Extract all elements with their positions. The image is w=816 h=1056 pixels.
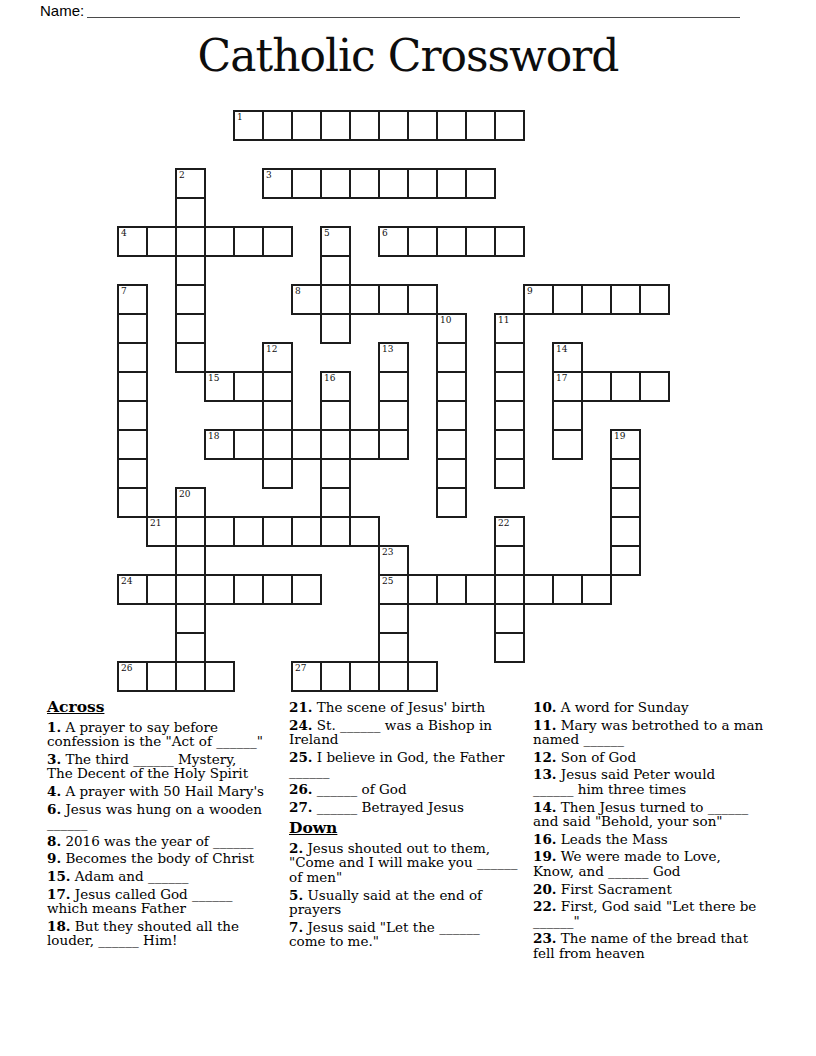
cell-r6c7[interactable] bbox=[320, 284, 351, 315]
cell-r14c1[interactable]: 21 bbox=[146, 516, 177, 547]
cell-r4c3[interactable] bbox=[204, 226, 235, 257]
cell-r2c2[interactable]: 2 bbox=[175, 168, 206, 199]
clue-column-left: Across1. A prayer to say before confessi… bbox=[47, 700, 285, 951]
cell-r19c0[interactable]: 26 bbox=[117, 661, 148, 692]
clue-number-1: 1 bbox=[237, 112, 243, 122]
clue-across-3: 3. The third ______ Mystery, The Decent … bbox=[47, 752, 285, 781]
clue-number-11: 11 bbox=[498, 315, 509, 325]
cell-r11c0[interactable] bbox=[117, 429, 148, 460]
cell-r9c4[interactable] bbox=[233, 371, 264, 402]
cell-r2c11[interactable] bbox=[436, 168, 467, 199]
cell-r9c18[interactable] bbox=[639, 371, 670, 402]
cell-r11c8[interactable] bbox=[349, 429, 380, 460]
cell-r6c9[interactable] bbox=[378, 284, 409, 315]
cell-r9c11[interactable] bbox=[436, 371, 467, 402]
cell-r0c13[interactable] bbox=[494, 110, 525, 141]
cell-r9c13[interactable] bbox=[494, 371, 525, 402]
cell-r5c2[interactable] bbox=[175, 255, 206, 286]
cell-r11c9[interactable] bbox=[378, 429, 409, 460]
clue-across-15: 15. Adam and ______ bbox=[47, 869, 285, 884]
clue-column-middle: 21. The scene of Jesus' birth24. St. ___… bbox=[289, 700, 529, 952]
clue-across-18: 18. But they shouted all the louder, ___… bbox=[47, 919, 285, 948]
cell-r16c1[interactable] bbox=[146, 574, 177, 605]
clue-down-20: 20. First Sacrament bbox=[533, 882, 785, 897]
cell-r7c7[interactable] bbox=[320, 313, 351, 344]
cell-r10c9[interactable] bbox=[378, 400, 409, 431]
cell-r7c13[interactable]: 11 bbox=[494, 313, 525, 344]
clue-number-14: 14 bbox=[556, 344, 567, 354]
cell-r13c17[interactable] bbox=[610, 487, 641, 518]
clue-down-7: 7. Jesus said "Let the ______ come to me… bbox=[289, 920, 529, 949]
clue-number-22: 22 bbox=[498, 518, 509, 528]
clue-across-27: 27. ______ Betrayed Jesus bbox=[289, 800, 529, 815]
cell-r4c1[interactable] bbox=[146, 226, 177, 257]
cell-r16c11[interactable] bbox=[436, 574, 467, 605]
clue-number-19: 19 bbox=[614, 431, 625, 441]
cell-r16c4[interactable] bbox=[233, 574, 264, 605]
cell-r19c9[interactable] bbox=[378, 661, 409, 692]
cell-r0c10[interactable] bbox=[407, 110, 438, 141]
clue-across-26: 26. ______ of God bbox=[289, 782, 529, 797]
clue-across-24: 24. St. ______ was a Bishop in Ireland bbox=[289, 718, 529, 747]
cell-r14c5[interactable] bbox=[262, 516, 293, 547]
cell-r5c7[interactable] bbox=[320, 255, 351, 286]
cell-r14c4[interactable] bbox=[233, 516, 264, 547]
name-label: Name: bbox=[40, 2, 84, 19]
cell-r10c0[interactable] bbox=[117, 400, 148, 431]
clue-down-13: 13. Jesus said Peter would ______ him th… bbox=[533, 767, 785, 796]
cell-r14c7[interactable] bbox=[320, 516, 351, 547]
cell-r9c7[interactable]: 16 bbox=[320, 371, 351, 402]
cell-r11c5[interactable] bbox=[262, 429, 293, 460]
cell-r18c2[interactable] bbox=[175, 632, 206, 663]
crossword-grid: 1234567891011121314151617181920212223242… bbox=[117, 110, 670, 692]
cell-r6c15[interactable] bbox=[552, 284, 583, 315]
cell-r8c2[interactable] bbox=[175, 342, 206, 373]
cell-r4c2[interactable] bbox=[175, 226, 206, 257]
cell-r13c2[interactable]: 20 bbox=[175, 487, 206, 518]
cell-r2c5[interactable]: 3 bbox=[262, 168, 293, 199]
cell-r10c15[interactable] bbox=[552, 400, 583, 431]
cell-r10c7[interactable] bbox=[320, 400, 351, 431]
clue-down-11: 11. Mary was betrothed to a man named __… bbox=[533, 718, 785, 747]
cell-r17c2[interactable] bbox=[175, 603, 206, 634]
clue-number-4: 4 bbox=[121, 228, 127, 238]
clue-column-right: 10. A word for Sunday11. Mary was betrot… bbox=[533, 700, 785, 964]
cell-r8c5[interactable]: 12 bbox=[262, 342, 293, 373]
cell-r11c13[interactable] bbox=[494, 429, 525, 460]
cell-r16c16[interactable] bbox=[581, 574, 612, 605]
cell-r2c7[interactable] bbox=[320, 168, 351, 199]
cell-r2c8[interactable] bbox=[349, 168, 380, 199]
cell-r19c1[interactable] bbox=[146, 661, 177, 692]
cell-r11c4[interactable] bbox=[233, 429, 264, 460]
cell-r0c9[interactable] bbox=[378, 110, 409, 141]
clue-number-12: 12 bbox=[266, 344, 277, 354]
cell-r6c6[interactable]: 8 bbox=[291, 284, 322, 315]
cell-r14c2[interactable] bbox=[175, 516, 206, 547]
cell-r14c6[interactable] bbox=[291, 516, 322, 547]
cell-r16c13[interactable] bbox=[494, 574, 525, 605]
across-header: Across bbox=[47, 700, 285, 715]
cell-r14c13[interactable]: 22 bbox=[494, 516, 525, 547]
clue-number-13: 13 bbox=[382, 344, 393, 354]
cell-r6c18[interactable] bbox=[639, 284, 670, 315]
clue-down-5: 5. Usually said at the end of prayers bbox=[289, 888, 529, 917]
cell-r12c13[interactable] bbox=[494, 458, 525, 489]
cell-r18c9[interactable] bbox=[378, 632, 409, 663]
cell-r6c0[interactable]: 7 bbox=[117, 284, 148, 315]
cell-r4c10[interactable] bbox=[407, 226, 438, 257]
cell-r9c17[interactable] bbox=[610, 371, 641, 402]
cell-r12c5[interactable] bbox=[262, 458, 293, 489]
cell-r15c17[interactable] bbox=[610, 545, 641, 576]
clue-number-18: 18 bbox=[208, 431, 219, 441]
cell-r19c6[interactable]: 27 bbox=[291, 661, 322, 692]
cell-r6c17[interactable] bbox=[610, 284, 641, 315]
cell-r16c15[interactable] bbox=[552, 574, 583, 605]
cell-r6c10[interactable] bbox=[407, 284, 438, 315]
cell-r16c2[interactable] bbox=[175, 574, 206, 605]
cell-r16c12[interactable] bbox=[465, 574, 496, 605]
cell-r17c9[interactable] bbox=[378, 603, 409, 634]
clue-number-21: 21 bbox=[150, 518, 161, 528]
cell-r2c6[interactable] bbox=[291, 168, 322, 199]
cell-r12c7[interactable] bbox=[320, 458, 351, 489]
clue-across-21: 21. The scene of Jesus' birth bbox=[289, 700, 529, 715]
cell-r17c13[interactable] bbox=[494, 603, 525, 634]
cell-r2c10[interactable] bbox=[407, 168, 438, 199]
cell-r13c0[interactable] bbox=[117, 487, 148, 518]
clue-down-14: 14. Then Jesus turned to ______ and said… bbox=[533, 800, 785, 829]
cell-r13c7[interactable] bbox=[320, 487, 351, 518]
cell-r6c2[interactable] bbox=[175, 284, 206, 315]
cell-r10c11[interactable] bbox=[436, 400, 467, 431]
cell-r15c9[interactable]: 23 bbox=[378, 545, 409, 576]
clue-number-25: 25 bbox=[382, 576, 393, 586]
clue-down-10: 10. A word for Sunday bbox=[533, 700, 785, 715]
clue-number-9: 9 bbox=[527, 286, 533, 296]
cell-r11c17[interactable]: 19 bbox=[610, 429, 641, 460]
clue-across-4: 4. A prayer with 50 Hail Mary's bbox=[47, 784, 285, 799]
clue-number-27: 27 bbox=[295, 663, 306, 673]
clue-number-10: 10 bbox=[440, 315, 451, 325]
cell-r19c2[interactable] bbox=[175, 661, 206, 692]
page-title: Catholic Crossword bbox=[0, 30, 816, 81]
clue-down-2: 2. Jesus shouted out to them, "Come and … bbox=[289, 841, 529, 885]
clue-across-17: 17. Jesus called God ______ which means … bbox=[47, 887, 285, 916]
cell-r8c13[interactable] bbox=[494, 342, 525, 373]
cell-r15c2[interactable] bbox=[175, 545, 206, 576]
cell-r16c3[interactable] bbox=[204, 574, 235, 605]
clue-down-16: 16. Leads the Mass bbox=[533, 832, 785, 847]
cell-r0c8[interactable] bbox=[349, 110, 380, 141]
cell-r16c10[interactable] bbox=[407, 574, 438, 605]
clue-number-23: 23 bbox=[382, 547, 393, 557]
cell-r9c3[interactable]: 15 bbox=[204, 371, 235, 402]
cell-r18c13[interactable] bbox=[494, 632, 525, 663]
clue-number-16: 16 bbox=[324, 373, 335, 383]
cell-r7c11[interactable]: 10 bbox=[436, 313, 467, 344]
cell-r11c6[interactable] bbox=[291, 429, 322, 460]
cell-r11c7[interactable] bbox=[320, 429, 351, 460]
cell-r4c13[interactable] bbox=[494, 226, 525, 257]
cell-r12c11[interactable] bbox=[436, 458, 467, 489]
down-header: Down bbox=[289, 821, 529, 836]
clue-number-2: 2 bbox=[179, 170, 185, 180]
cell-r0c7[interactable] bbox=[320, 110, 351, 141]
clue-across-25: 25. I believe in God, the Father ______ bbox=[289, 750, 529, 779]
clue-number-20: 20 bbox=[179, 489, 190, 499]
cell-r9c0[interactable] bbox=[117, 371, 148, 402]
clue-number-17: 17 bbox=[556, 373, 567, 383]
cell-r0c12[interactable] bbox=[465, 110, 496, 141]
cell-r13c11[interactable] bbox=[436, 487, 467, 518]
cell-r16c5[interactable] bbox=[262, 574, 293, 605]
clue-number-3: 3 bbox=[266, 170, 272, 180]
cell-r7c2[interactable] bbox=[175, 313, 206, 344]
cell-r16c0[interactable]: 24 bbox=[117, 574, 148, 605]
cell-r19c3[interactable] bbox=[204, 661, 235, 692]
cell-r4c0[interactable]: 4 bbox=[117, 226, 148, 257]
cell-r8c0[interactable] bbox=[117, 342, 148, 373]
clue-across-8: 8. 2016 was the year of ______ bbox=[47, 834, 285, 849]
cell-r0c11[interactable] bbox=[436, 110, 467, 141]
name-row: Name: bbox=[40, 2, 740, 22]
clue-number-15: 15 bbox=[208, 373, 219, 383]
clue-down-12: 12. Son of God bbox=[533, 750, 785, 765]
clue-number-26: 26 bbox=[121, 663, 132, 673]
cell-r11c15[interactable] bbox=[552, 429, 583, 460]
cell-r0c6[interactable] bbox=[291, 110, 322, 141]
name-input-line[interactable] bbox=[87, 17, 740, 18]
clue-down-22: 22. First, God said "Let there be ______… bbox=[533, 899, 785, 928]
cell-r19c8[interactable] bbox=[349, 661, 380, 692]
cell-r4c11[interactable] bbox=[436, 226, 467, 257]
clue-number-24: 24 bbox=[121, 576, 132, 586]
cell-r12c17[interactable] bbox=[610, 458, 641, 489]
clue-across-9: 9. Becomes the body of Christ bbox=[47, 851, 285, 866]
cell-r4c9[interactable]: 6 bbox=[378, 226, 409, 257]
cell-r2c12[interactable] bbox=[465, 168, 496, 199]
cell-r4c7[interactable]: 5 bbox=[320, 226, 351, 257]
cell-r6c14[interactable]: 9 bbox=[523, 284, 554, 315]
clue-down-23: 23. The name of the bread that fell from… bbox=[533, 931, 785, 960]
cell-r3c2[interactable] bbox=[175, 197, 206, 228]
cell-r4c4[interactable] bbox=[233, 226, 264, 257]
cell-r11c11[interactable] bbox=[436, 429, 467, 460]
cell-r15c13[interactable] bbox=[494, 545, 525, 576]
cell-r8c15[interactable]: 14 bbox=[552, 342, 583, 373]
cell-r6c16[interactable] bbox=[581, 284, 612, 315]
clue-across-6: 6. Jesus was hung on a wooden ______ bbox=[47, 802, 285, 831]
clue-across-1: 1. A prayer to say before confession is … bbox=[47, 720, 285, 749]
cell-r12c0[interactable] bbox=[117, 458, 148, 489]
clue-number-6: 6 bbox=[382, 228, 388, 238]
cell-r7c0[interactable] bbox=[117, 313, 148, 344]
clue-number-5: 5 bbox=[324, 228, 330, 238]
cell-r4c5[interactable] bbox=[262, 226, 293, 257]
cell-r9c16[interactable] bbox=[581, 371, 612, 402]
cell-r16c9[interactable]: 25 bbox=[378, 574, 409, 605]
cell-r2c9[interactable] bbox=[378, 168, 409, 199]
cell-r16c14[interactable] bbox=[523, 574, 554, 605]
cell-r16c6[interactable] bbox=[291, 574, 322, 605]
cell-r9c9[interactable] bbox=[378, 371, 409, 402]
cell-r4c12[interactable] bbox=[465, 226, 496, 257]
cell-r6c8[interactable] bbox=[349, 284, 380, 315]
clue-number-8: 8 bbox=[295, 286, 301, 296]
cell-r0c5[interactable] bbox=[262, 110, 293, 141]
cell-r14c17[interactable] bbox=[610, 516, 641, 547]
cell-r10c13[interactable] bbox=[494, 400, 525, 431]
cell-r9c15[interactable]: 17 bbox=[552, 371, 583, 402]
cell-r8c11[interactable] bbox=[436, 342, 467, 373]
cell-r19c7[interactable] bbox=[320, 661, 351, 692]
cell-r14c3[interactable] bbox=[204, 516, 235, 547]
clue-down-19: 19. We were made to Love, Know, and ____… bbox=[533, 849, 785, 878]
cell-r11c3[interactable]: 18 bbox=[204, 429, 235, 460]
cell-r8c9[interactable]: 13 bbox=[378, 342, 409, 373]
cell-r19c10[interactable] bbox=[407, 661, 438, 692]
cell-r9c5[interactable] bbox=[262, 371, 293, 402]
cell-r0c4[interactable]: 1 bbox=[233, 110, 264, 141]
clue-number-7: 7 bbox=[121, 286, 127, 296]
cell-r10c5[interactable] bbox=[262, 400, 293, 431]
cell-r14c8[interactable] bbox=[349, 516, 380, 547]
